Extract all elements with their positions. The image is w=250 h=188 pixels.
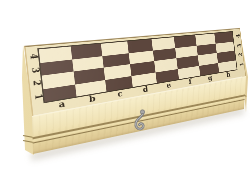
- rank-label-right-1: 1: [237, 60, 246, 68]
- metal-hook-clasp-icon: [128, 105, 154, 135]
- rank-label-left-4: 4: [25, 51, 42, 62]
- rank-label-right-2: 2: [236, 51, 245, 59]
- rank-label-right-4: 4: [234, 32, 243, 39]
- rank-label-left-3: 3: [27, 64, 44, 75]
- chess-box-photo: 44332211abcdefgh: [0, 0, 250, 188]
- rank-label-right-3: 3: [235, 42, 244, 49]
